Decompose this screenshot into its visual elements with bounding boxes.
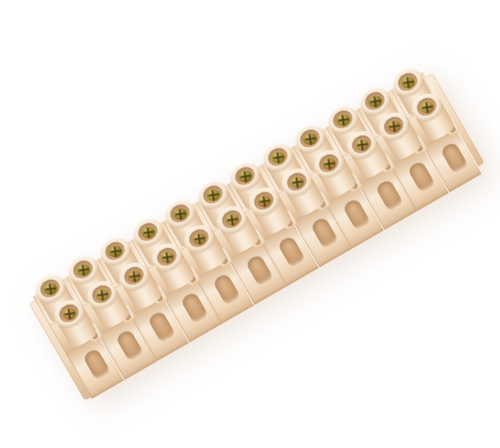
screw-bore [102,239,128,264]
screw-bore [297,126,323,151]
brass-screw-head [367,94,383,108]
screw-bore [56,301,82,326]
screw-bore [362,89,388,114]
wire-entry-hole [180,291,209,324]
brass-screw-head [335,113,351,127]
screw-bore [37,276,63,301]
brass-screw-head [237,169,253,183]
brass-screw-head [205,188,221,202]
screw-bore [200,182,226,207]
screw-bore [413,95,439,120]
photo-canvas [0,0,500,448]
brass-screw-head [94,288,110,302]
screw-bore [329,107,355,132]
screw-bore [135,220,161,245]
wire-entry-hole [374,179,403,212]
brass-screw-head [75,263,91,277]
wire-entry-hole [309,216,338,249]
screw-bore [186,226,212,251]
brass-screw-head [191,231,207,245]
brass-screw-head [61,306,77,320]
wire-entry-hole [277,235,306,268]
screw-bore [232,164,258,189]
brass-screw-head [159,250,175,264]
screw-bore [154,245,180,270]
screw-bore [394,70,420,95]
screw-bore [251,188,277,213]
screw-bore [121,263,147,288]
brass-screw-head [256,194,272,208]
brass-screw-head [42,282,58,296]
brass-screw-head [107,244,123,258]
terminal-strip [9,37,500,434]
wire-entry-hole [407,160,436,193]
wire-entry-hole [439,141,468,174]
brass-screw-head [354,138,370,152]
screw-bore [264,145,290,170]
wire-entry-hole [115,329,144,362]
screw-bore [218,207,244,232]
screw-bore [316,151,342,176]
wire-entry-hole [212,273,241,306]
wire-entry-hole [342,198,371,231]
brass-screw-head [418,100,434,114]
brass-screw-head [386,119,402,133]
brass-screw-head [126,269,142,283]
wire-entry-hole [244,254,273,287]
screw-bore [283,170,309,195]
brass-screw-head [321,156,337,170]
screw-bore [70,257,96,282]
screw-bore [348,132,374,157]
brass-screw-head [289,175,305,189]
brass-screw-head [400,75,416,89]
wire-entry-hole [82,348,111,381]
screw-bore [167,201,193,226]
brass-screw-head [172,207,188,221]
brass-screw-head [270,150,286,164]
brass-screw-head [302,132,318,146]
brass-screw-head [140,225,156,239]
brass-screw-head [224,213,240,227]
screw-bore [381,113,407,138]
wire-entry-hole [147,310,176,343]
screw-bore [89,282,115,307]
